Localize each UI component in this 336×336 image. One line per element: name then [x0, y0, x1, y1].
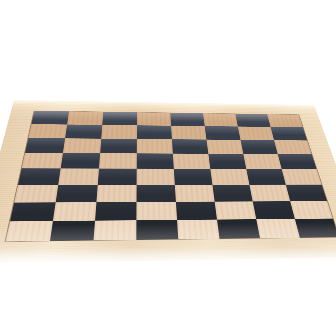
square[interactable]: [274, 140, 312, 154]
square[interactable]: [102, 112, 137, 125]
square[interactable]: [22, 153, 63, 169]
chess-board[interactable]: [0, 100, 336, 264]
square[interactable]: [63, 138, 101, 153]
square[interactable]: [208, 154, 246, 169]
square[interactable]: [217, 219, 260, 238]
square[interactable]: [137, 153, 174, 168]
square[interactable]: [206, 140, 243, 154]
square[interactable]: [137, 185, 176, 202]
square[interactable]: [137, 169, 175, 185]
square[interactable]: [137, 112, 171, 125]
square[interactable]: [137, 139, 173, 154]
square[interactable]: [18, 168, 61, 185]
board-caption: chess / checkers — empty 8x8 wooden boar…: [0, 0, 1, 1]
square[interactable]: [171, 126, 206, 140]
square[interactable]: [170, 113, 204, 126]
square[interactable]: [286, 185, 327, 202]
square[interactable]: [137, 125, 172, 139]
square[interactable]: [278, 154, 317, 169]
square[interactable]: [282, 169, 322, 185]
square[interactable]: [96, 185, 136, 202]
square[interactable]: [176, 202, 217, 220]
square[interactable]: [212, 185, 252, 202]
square[interactable]: [215, 201, 257, 219]
square[interactable]: [136, 220, 178, 240]
square[interactable]: [95, 202, 136, 221]
square[interactable]: [246, 169, 286, 185]
square[interactable]: [267, 114, 303, 127]
square[interactable]: [210, 169, 249, 185]
square[interactable]: [6, 221, 53, 241]
square[interactable]: [238, 127, 274, 141]
square[interactable]: [56, 185, 98, 203]
square[interactable]: [249, 185, 290, 202]
photo-stage: chess / checkers — empty 8x8 wooden boar…: [0, 0, 336, 336]
square[interactable]: [14, 185, 58, 203]
square[interactable]: [175, 185, 215, 202]
square[interactable]: [100, 139, 137, 154]
square[interactable]: [205, 126, 241, 140]
square[interactable]: [61, 153, 100, 169]
board-squares[interactable]: [5, 111, 336, 242]
square[interactable]: [67, 111, 103, 125]
square[interactable]: [50, 221, 95, 241]
square[interactable]: [58, 168, 99, 184]
square[interactable]: [25, 138, 65, 153]
square[interactable]: [94, 220, 137, 240]
square[interactable]: [290, 201, 333, 219]
square[interactable]: [177, 220, 219, 240]
square[interactable]: [203, 113, 238, 126]
square[interactable]: [173, 154, 210, 169]
square[interactable]: [271, 127, 308, 141]
square[interactable]: [99, 153, 137, 168]
square[interactable]: [10, 202, 56, 221]
square[interactable]: [53, 202, 97, 221]
square[interactable]: [28, 124, 67, 138]
square[interactable]: [243, 154, 281, 169]
square[interactable]: [31, 111, 69, 125]
square[interactable]: [98, 169, 137, 185]
square[interactable]: [65, 125, 102, 139]
square[interactable]: [241, 140, 278, 154]
square[interactable]: [101, 125, 137, 139]
square[interactable]: [253, 201, 295, 219]
square[interactable]: [174, 169, 213, 185]
square[interactable]: [256, 219, 300, 238]
square[interactable]: [295, 219, 336, 238]
square[interactable]: [172, 139, 208, 154]
square[interactable]: [235, 114, 270, 127]
square[interactable]: [136, 202, 177, 220]
